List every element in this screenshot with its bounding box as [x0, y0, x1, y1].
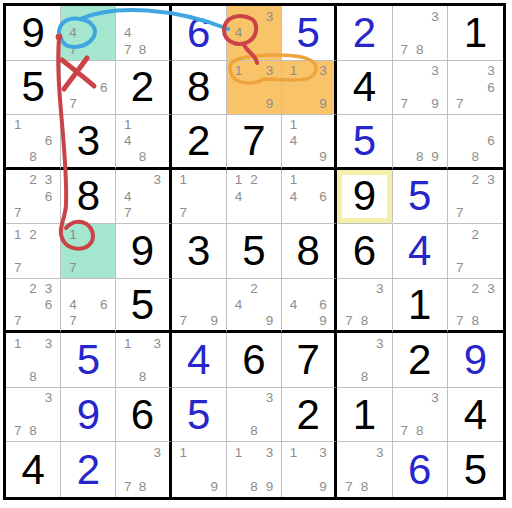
candidate-empty: [483, 205, 499, 222]
given-digit: 9: [131, 230, 154, 272]
candidate-empty: [120, 352, 135, 369]
candidate-empty: [191, 172, 206, 189]
candidate-3: 3: [483, 63, 499, 80]
candidate-empty: [120, 368, 135, 385]
candidate-empty: [96, 25, 111, 42]
candidate-empty: [246, 188, 261, 205]
candidate-empty: [262, 423, 277, 440]
candidate-empty: [262, 172, 277, 189]
cell-r6c4[interactable]: 79: [172, 279, 227, 334]
cell-r3c2[interactable]: 3: [61, 115, 116, 170]
candidate-empty: [96, 281, 111, 297]
candidate-empty: [41, 149, 56, 165]
candidate-empty: [96, 41, 111, 58]
candidate-empty: [372, 352, 387, 369]
candidate-empty: [41, 243, 56, 260]
candidate-empty: [150, 41, 165, 58]
cell-r9c6[interactable]: 139: [282, 442, 337, 497]
candidate-7: 7: [452, 205, 468, 222]
candidate-7: 7: [397, 41, 412, 58]
candidate-9: 9: [262, 312, 277, 328]
cell-r3c1[interactable]: 168: [6, 115, 61, 170]
candidate-1: 1: [176, 444, 191, 461]
cell-r5c5[interactable]: 5: [227, 224, 282, 279]
candidate-empty: [10, 281, 25, 297]
candidate-empty: [468, 205, 484, 222]
candidate-empty: [81, 25, 96, 42]
candidate-empty: [262, 79, 277, 96]
candidate-empty: [372, 368, 387, 385]
candidate-empty: [301, 149, 316, 165]
cell-r7c7[interactable]: 38: [337, 333, 392, 388]
candidate-empty: [301, 461, 316, 478]
cell-r9c4[interactable]: 19: [172, 442, 227, 497]
cell-r4c1[interactable]: 2367: [6, 170, 61, 225]
candidate-empty: [316, 133, 331, 149]
cell-r7c3[interactable]: 138: [116, 333, 171, 388]
candidate-empty: [452, 281, 468, 297]
cell-r7c6[interactable]: 7: [282, 333, 337, 388]
cell-r1c3[interactable]: 478: [116, 6, 171, 61]
candidate-1: 1: [231, 444, 246, 461]
cell-r6c9[interactable]: 2378: [448, 279, 503, 334]
cell-r7c1[interactable]: 138: [6, 333, 61, 388]
candidate-empty: [427, 79, 442, 96]
candidate-empty: [206, 461, 221, 478]
given-digit: 8: [187, 66, 210, 108]
cell-r5c1[interactable]: 127: [6, 224, 61, 279]
candidate-grid: 2367: [6, 170, 60, 224]
cell-r8c8[interactable]: 378: [393, 388, 448, 443]
candidate-empty: [397, 63, 412, 80]
cell-r2c2[interactable]: 67: [61, 61, 116, 116]
given-digit: 2: [408, 339, 431, 381]
candidate-9: 9: [206, 478, 221, 495]
candidate-grid: 38: [337, 333, 391, 387]
candidate-empty: [231, 406, 246, 423]
cell-r6c1[interactable]: 2367: [6, 279, 61, 334]
candidate-9: 9: [316, 478, 331, 495]
cell-r4c3[interactable]: 347: [116, 170, 171, 225]
cell-r2c1[interactable]: 5: [6, 61, 61, 116]
cell-r3c8[interactable]: 89: [393, 115, 448, 170]
candidate-empty: [41, 406, 56, 423]
cell-r7c9[interactable]: 9: [448, 333, 503, 388]
candidate-1: 1: [120, 335, 135, 352]
cell-r4c6[interactable]: 146: [282, 170, 337, 225]
cell-r7c5[interactable]: 6: [227, 333, 282, 388]
given-digit: 6: [242, 339, 265, 381]
candidate-empty: [246, 390, 261, 407]
cell-r7c4[interactable]: 4: [172, 333, 227, 388]
cell-r1c2[interactable]: 47: [61, 6, 116, 61]
candidate-empty: [316, 461, 331, 478]
candidate-3: 3: [372, 444, 387, 461]
candidate-empty: [286, 281, 301, 297]
candidate-empty: [25, 133, 40, 149]
candidate-empty: [246, 205, 261, 222]
candidate-empty: [412, 133, 427, 149]
candidate-empty: [286, 205, 301, 222]
candidate-6: 6: [483, 133, 499, 149]
candidate-grid: 19: [172, 442, 226, 497]
candidate-empty: [357, 352, 372, 369]
candidate-9: 9: [206, 312, 221, 328]
candidate-7: 7: [397, 96, 412, 113]
candidate-8: 8: [246, 423, 261, 440]
candidate-grid: 139: [227, 61, 281, 115]
candidate-empty: [150, 478, 165, 495]
candidate-empty: [206, 188, 221, 205]
candidate-empty: [176, 188, 191, 205]
cell-r8c4[interactable]: 5: [172, 388, 227, 443]
candidate-7: 7: [10, 205, 25, 222]
candidate-3: 3: [372, 281, 387, 297]
candidate-empty: [25, 335, 40, 352]
candidate-empty: [191, 297, 206, 313]
candidate-empty: [468, 188, 484, 205]
candidate-2: 2: [246, 172, 261, 189]
candidate-9: 9: [427, 149, 442, 165]
candidate-empty: [231, 461, 246, 478]
candidate-empty: [81, 297, 96, 313]
candidate-grid: 139: [282, 442, 334, 497]
cell-r9c9[interactable]: 5: [448, 442, 503, 497]
cell-r4c8[interactable]: 5: [393, 170, 448, 225]
cell-r2c3[interactable]: 2: [116, 61, 171, 116]
cell-r8c1[interactable]: 378: [6, 388, 61, 443]
candidate-6: 6: [96, 79, 111, 96]
candidate-grid: 146: [282, 170, 334, 224]
cell-r2c6[interactable]: 139: [282, 61, 337, 116]
candidate-empty: [468, 96, 484, 113]
candidate-empty: [25, 312, 40, 328]
candidate-7: 7: [65, 41, 80, 58]
candidate-2: 2: [25, 281, 40, 297]
candidate-empty: [41, 205, 56, 222]
candidate-empty: [301, 96, 316, 113]
candidate-empty: [120, 444, 135, 461]
candidate-grid: 378: [337, 279, 391, 331]
candidate-empty: [262, 281, 277, 297]
cell-r9c1[interactable]: 4: [6, 442, 61, 497]
candidate-8: 8: [135, 478, 150, 495]
candidate-6: 6: [41, 133, 56, 149]
candidate-empty: [135, 335, 150, 352]
candidate-empty: [96, 259, 111, 276]
given-digit: 1: [464, 12, 487, 54]
candidate-empty: [286, 149, 301, 165]
cell-r7c8[interactable]: 2: [393, 333, 448, 388]
candidate-empty: [427, 406, 442, 423]
candidate-empty: [176, 461, 191, 478]
candidate-empty: [357, 335, 372, 352]
candidate-empty: [301, 133, 316, 149]
candidate-empty: [206, 297, 221, 313]
candidate-empty: [412, 25, 427, 42]
cell-r3c4[interactable]: 2: [172, 115, 227, 170]
cell-r1c8[interactable]: 378: [393, 6, 448, 61]
cell-r4c7[interactable]: 9: [337, 170, 392, 225]
candidate-7: 7: [65, 96, 80, 113]
candidate-8: 8: [468, 312, 484, 328]
candidate-empty: [135, 444, 150, 461]
candidate-empty: [397, 117, 412, 133]
candidate-3: 3: [316, 63, 331, 80]
candidate-3: 3: [41, 335, 56, 352]
candidate-empty: [191, 205, 206, 222]
cell-r5c2[interactable]: 17: [61, 224, 116, 279]
given-digit: 4: [464, 394, 487, 436]
cell-r6c8[interactable]: 1: [393, 279, 448, 334]
candidate-9: 9: [316, 312, 331, 328]
candidate-3: 3: [262, 8, 277, 25]
candidate-empty: [357, 444, 372, 461]
candidate-grid: 478: [116, 6, 168, 60]
candidate-empty: [96, 243, 111, 260]
candidate-empty: [10, 297, 25, 313]
candidate-empty: [191, 281, 206, 297]
candidate-7: 7: [397, 423, 412, 440]
candidate-grid: 378: [116, 442, 168, 497]
candidate-empty: [231, 423, 246, 440]
candidate-empty: [135, 205, 150, 222]
candidate-empty: [96, 63, 111, 80]
candidate-9: 9: [262, 478, 277, 495]
entered-digit: 2: [77, 449, 100, 491]
candidate-9: 9: [316, 149, 331, 165]
candidate-empty: [65, 281, 80, 297]
candidate-grid: 34: [227, 6, 281, 60]
candidate-empty: [65, 63, 80, 80]
candidate-1: 1: [286, 117, 301, 133]
cell-r6c3[interactable]: 5: [116, 279, 171, 334]
cell-r8c2[interactable]: 9: [61, 388, 116, 443]
given-digit: 1: [353, 394, 376, 436]
cell-r1c4[interactable]: 6: [172, 6, 227, 61]
cell-r5c4[interactable]: 3: [172, 224, 227, 279]
candidate-empty: [41, 226, 56, 243]
candidate-empty: [120, 8, 135, 25]
cell-r2c9[interactable]: 367: [448, 61, 503, 116]
cell-r8c9[interactable]: 4: [448, 388, 503, 443]
given-digit: 3: [187, 230, 210, 272]
cell-r5c3[interactable]: 9: [116, 224, 171, 279]
candidate-empty: [412, 8, 427, 25]
cell-r5c9[interactable]: 27: [448, 224, 503, 279]
candidate-empty: [397, 406, 412, 423]
cell-r8c5[interactable]: 38: [227, 388, 282, 443]
candidate-empty: [206, 281, 221, 297]
candidate-8: 8: [25, 149, 40, 165]
candidate-empty: [262, 205, 277, 222]
candidate-empty: [427, 117, 442, 133]
candidate-7: 7: [341, 478, 356, 495]
candidate-empty: [81, 243, 96, 260]
cell-r2c5[interactable]: 139: [227, 61, 282, 116]
candidate-grid: 89: [393, 115, 447, 167]
cell-r1c9[interactable]: 1: [448, 6, 503, 61]
given-digit: 2: [297, 394, 320, 436]
candidate-empty: [96, 8, 111, 25]
candidate-empty: [81, 96, 96, 113]
cell-r2c7[interactable]: 4: [337, 61, 392, 116]
candidate-4: 4: [65, 25, 80, 42]
cell-r1c1[interactable]: 9: [6, 6, 61, 61]
candidate-empty: [25, 188, 40, 205]
candidate-3: 3: [41, 390, 56, 407]
candidate-grid: 237: [448, 170, 503, 224]
candidate-empty: [452, 63, 468, 80]
candidate-9: 9: [427, 96, 442, 113]
candidate-7: 7: [65, 259, 80, 276]
candidate-8: 8: [25, 423, 40, 440]
candidate-grid: 139: [282, 61, 334, 115]
candidate-8: 8: [135, 41, 150, 58]
candidate-empty: [231, 96, 246, 113]
candidate-empty: [341, 352, 356, 369]
candidate-7: 7: [10, 259, 25, 276]
candidate-grid: 347: [116, 170, 168, 224]
candidate-2: 2: [468, 172, 484, 189]
candidate-empty: [357, 281, 372, 297]
cell-r4c5[interactable]: 124: [227, 170, 282, 225]
given-digit: 4: [21, 449, 44, 491]
given-digit: 2: [187, 120, 210, 162]
candidate-grid: 379: [393, 61, 447, 115]
cell-r7c2[interactable]: 5: [61, 333, 116, 388]
candidate-empty: [262, 297, 277, 313]
cell-r4c4[interactable]: 17: [172, 170, 227, 225]
given-digit: 6: [131, 394, 154, 436]
cell-r1c7[interactable]: 2: [337, 6, 392, 61]
candidate-empty: [206, 444, 221, 461]
candidate-empty: [96, 226, 111, 243]
cell-r3c3[interactable]: 148: [116, 115, 171, 170]
candidate-8: 8: [412, 149, 427, 165]
candidate-empty: [231, 205, 246, 222]
cell-r3c6[interactable]: 149: [282, 115, 337, 170]
cell-r9c8[interactable]: 6: [393, 442, 448, 497]
candidate-empty: [483, 117, 499, 133]
cell-r2c4[interactable]: 8: [172, 61, 227, 116]
cell-r6c6[interactable]: 469: [282, 279, 337, 334]
candidate-3: 3: [483, 172, 499, 189]
cell-r6c5[interactable]: 249: [227, 279, 282, 334]
candidate-empty: [191, 188, 206, 205]
candidate-grid: 378: [6, 388, 60, 442]
candidate-grid: 1389: [227, 442, 281, 497]
candidate-empty: [246, 63, 261, 80]
candidate-empty: [150, 25, 165, 42]
cell-r5c8[interactable]: 4: [393, 224, 448, 279]
candidate-1: 1: [231, 172, 246, 189]
cell-r8c3[interactable]: 6: [116, 388, 171, 443]
candidate-empty: [191, 444, 206, 461]
entered-digit: 5: [77, 339, 100, 381]
candidate-empty: [25, 352, 40, 369]
cell-r9c5[interactable]: 1389: [227, 442, 282, 497]
cell-r3c5[interactable]: 7: [227, 115, 282, 170]
cell-r2c8[interactable]: 379: [393, 61, 448, 116]
cell-r8c6[interactable]: 2: [282, 388, 337, 443]
candidate-6: 6: [41, 188, 56, 205]
candidate-empty: [262, 25, 277, 42]
candidate-empty: [176, 297, 191, 313]
candidate-empty: [191, 478, 206, 495]
candidate-empty: [135, 461, 150, 478]
cell-r8c7[interactable]: 1: [337, 388, 392, 443]
entered-digit: 5: [353, 120, 376, 162]
candidate-empty: [341, 461, 356, 478]
given-digit: 9: [353, 175, 376, 217]
candidate-3: 3: [427, 8, 442, 25]
candidate-empty: [341, 281, 356, 297]
candidate-7: 7: [65, 312, 80, 328]
cell-r9c7[interactable]: 378: [337, 442, 392, 497]
candidate-empty: [372, 461, 387, 478]
cell-r5c7[interactable]: 6: [337, 224, 392, 279]
given-digit: 5: [242, 230, 265, 272]
cell-r6c7[interactable]: 378: [337, 279, 392, 334]
cell-r6c2[interactable]: 467: [61, 279, 116, 334]
candidate-6: 6: [483, 79, 499, 96]
candidate-empty: [10, 149, 25, 165]
candidate-3: 3: [262, 444, 277, 461]
candidate-empty: [120, 149, 135, 165]
candidate-empty: [452, 243, 468, 260]
given-digit: 8: [297, 230, 320, 272]
candidate-empty: [286, 312, 301, 328]
candidate-empty: [150, 133, 165, 149]
cell-r3c9[interactable]: 68: [448, 115, 503, 170]
candidate-empty: [150, 117, 165, 133]
candidate-empty: [316, 281, 331, 297]
candidate-grid: 79: [172, 279, 226, 331]
candidate-empty: [301, 312, 316, 328]
candidate-7: 7: [452, 259, 468, 276]
cell-r1c6[interactable]: 5: [282, 6, 337, 61]
cell-r4c9[interactable]: 237: [448, 170, 503, 225]
candidate-3: 3: [41, 172, 56, 189]
candidate-empty: [301, 281, 316, 297]
candidate-empty: [468, 243, 484, 260]
cell-r1c5[interactable]: 34: [227, 6, 282, 61]
entered-digit: 5: [408, 175, 431, 217]
entered-digit: 4: [408, 230, 431, 272]
candidate-grid: 2378: [448, 279, 503, 331]
candidate-empty: [191, 312, 206, 328]
cell-r5c6[interactable]: 8: [282, 224, 337, 279]
candidate-empty: [231, 390, 246, 407]
candidate-empty: [262, 41, 277, 58]
cell-r9c3[interactable]: 378: [116, 442, 171, 497]
candidate-empty: [397, 149, 412, 165]
candidate-3: 3: [262, 63, 277, 80]
candidate-empty: [135, 172, 150, 189]
given-digit: 4: [353, 66, 376, 108]
candidate-8: 8: [468, 149, 484, 165]
candidate-7: 7: [10, 423, 25, 440]
cell-r3c7[interactable]: 5: [337, 115, 392, 170]
cell-r4c2[interactable]: 8: [61, 170, 116, 225]
candidate-empty: [372, 478, 387, 495]
candidate-1: 1: [231, 63, 246, 80]
candidate-3: 3: [150, 172, 165, 189]
candidate-grid: 138: [6, 333, 60, 387]
candidate-empty: [412, 117, 427, 133]
cell-r9c2[interactable]: 2: [61, 442, 116, 497]
